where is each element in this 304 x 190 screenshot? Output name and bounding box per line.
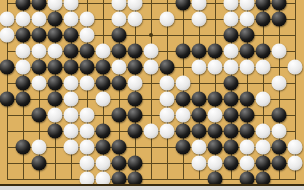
black-stone[interactable] (192, 92, 207, 107)
white-stone[interactable] (160, 12, 175, 27)
white-stone[interactable] (160, 108, 175, 123)
white-stone[interactable] (192, 60, 207, 75)
white-stone[interactable] (288, 140, 303, 155)
black-stone[interactable] (16, 92, 31, 107)
black-stone[interactable] (112, 28, 127, 43)
black-stone[interactable] (128, 60, 143, 75)
black-stone[interactable] (176, 44, 191, 59)
black-stone[interactable] (96, 140, 111, 155)
white-stone[interactable] (112, 0, 127, 11)
white-stone[interactable] (32, 12, 47, 27)
white-stone[interactable] (208, 108, 223, 123)
black-stone[interactable] (128, 92, 143, 107)
white-stone[interactable] (16, 60, 31, 75)
black-stone[interactable] (208, 44, 223, 59)
white-stone[interactable] (80, 124, 95, 139)
black-stone[interactable] (224, 28, 239, 43)
black-stone[interactable] (224, 108, 239, 123)
white-stone[interactable] (128, 0, 143, 11)
white-stone[interactable] (32, 140, 47, 155)
black-stone[interactable] (208, 92, 223, 107)
white-stone[interactable] (96, 156, 111, 171)
white-stone[interactable] (272, 124, 287, 139)
white-stone[interactable] (0, 28, 15, 43)
white-stone[interactable] (48, 108, 63, 123)
white-stone[interactable] (32, 76, 47, 91)
white-stone[interactable] (48, 0, 63, 11)
white-stone[interactable] (144, 60, 159, 75)
black-stone[interactable] (112, 140, 127, 155)
white-stone[interactable] (208, 156, 223, 171)
black-stone[interactable] (128, 108, 143, 123)
white-stone[interactable] (192, 156, 207, 171)
black-stone[interactable] (224, 76, 239, 91)
white-stone[interactable] (288, 60, 303, 75)
black-stone[interactable] (64, 60, 79, 75)
black-stone[interactable] (0, 92, 15, 107)
black-stone[interactable] (160, 60, 175, 75)
black-stone[interactable] (240, 108, 255, 123)
black-stone[interactable] (272, 0, 287, 11)
white-stone[interactable] (240, 140, 255, 155)
black-stone[interactable] (48, 28, 63, 43)
white-stone[interactable] (96, 44, 111, 59)
black-stone[interactable] (176, 92, 191, 107)
white-stone[interactable] (64, 108, 79, 123)
white-stone[interactable] (48, 44, 63, 59)
black-stone[interactable] (176, 124, 191, 139)
black-stone[interactable] (16, 0, 31, 11)
black-stone[interactable] (48, 124, 63, 139)
black-stone[interactable] (32, 156, 47, 171)
window-background (0, 186, 304, 190)
white-stone[interactable] (32, 44, 47, 59)
black-stone[interactable] (176, 140, 191, 155)
black-stone[interactable] (32, 60, 47, 75)
white-stone[interactable] (144, 44, 159, 59)
black-stone[interactable] (272, 156, 287, 171)
white-stone[interactable] (208, 60, 223, 75)
black-stone[interactable] (272, 12, 287, 27)
white-stone[interactable] (272, 76, 287, 91)
black-stone[interactable] (16, 28, 31, 43)
white-stone[interactable] (224, 44, 239, 59)
white-stone[interactable] (240, 60, 255, 75)
black-stone[interactable] (48, 92, 63, 107)
black-stone[interactable] (48, 60, 63, 75)
black-stone[interactable] (64, 28, 79, 43)
white-stone[interactable] (256, 124, 271, 139)
black-stone[interactable] (224, 124, 239, 139)
white-stone[interactable] (144, 124, 159, 139)
white-stone[interactable] (80, 12, 95, 27)
white-stone[interactable] (224, 12, 239, 27)
black-stone[interactable] (16, 140, 31, 155)
white-stone[interactable] (176, 108, 191, 123)
white-stone[interactable] (16, 12, 31, 27)
white-stone[interactable] (80, 156, 95, 171)
white-stone[interactable] (256, 140, 271, 155)
black-stone[interactable] (240, 44, 255, 59)
black-stone[interactable] (64, 44, 79, 59)
black-stone[interactable] (256, 156, 271, 171)
black-stone[interactable] (48, 76, 63, 91)
grid-line-vertical (151, 0, 152, 179)
black-stone[interactable] (272, 140, 287, 155)
black-stone[interactable] (112, 156, 127, 171)
black-stone[interactable] (192, 108, 207, 123)
white-stone[interactable] (192, 140, 207, 155)
white-stone[interactable] (112, 12, 127, 27)
black-stone[interactable] (96, 60, 111, 75)
white-stone[interactable] (160, 76, 175, 91)
black-stone[interactable] (128, 124, 143, 139)
white-stone[interactable] (256, 60, 271, 75)
black-stone[interactable] (32, 28, 47, 43)
white-stone[interactable] (224, 0, 239, 11)
white-stone[interactable] (160, 92, 175, 107)
black-stone[interactable] (0, 60, 15, 75)
white-stone[interactable] (64, 12, 79, 27)
black-stone[interactable] (48, 12, 63, 27)
black-stone[interactable] (256, 12, 271, 27)
white-stone[interactable] (80, 108, 95, 123)
black-stone[interactable] (32, 0, 47, 11)
white-stone[interactable] (64, 76, 79, 91)
black-stone[interactable] (240, 92, 255, 107)
black-stone[interactable] (240, 28, 255, 43)
black-stone[interactable] (80, 44, 95, 59)
white-stone[interactable] (128, 76, 143, 91)
white-stone[interactable] (16, 44, 31, 59)
black-stone[interactable] (192, 124, 207, 139)
black-stone[interactable] (256, 44, 271, 59)
white-stone[interactable] (256, 92, 271, 107)
black-stone[interactable] (208, 124, 223, 139)
black-stone[interactable] (240, 124, 255, 139)
black-stone[interactable] (256, 0, 271, 11)
white-stone[interactable] (80, 28, 95, 43)
black-stone[interactable] (192, 44, 207, 59)
white-stone[interactable] (112, 60, 127, 75)
white-stone[interactable] (80, 76, 95, 91)
white-stone[interactable] (176, 76, 191, 91)
white-stone[interactable] (160, 124, 175, 139)
star-point (149, 33, 153, 37)
black-stone[interactable] (224, 140, 239, 155)
white-stone[interactable] (192, 0, 207, 11)
black-stone[interactable] (128, 44, 143, 59)
black-stone[interactable] (112, 108, 127, 123)
white-stone[interactable] (288, 156, 303, 171)
white-stone[interactable] (272, 44, 287, 59)
white-stone[interactable] (192, 12, 207, 27)
white-stone[interactable] (64, 92, 79, 107)
white-stone[interactable] (64, 0, 79, 11)
white-stone[interactable] (224, 60, 239, 75)
black-stone[interactable] (112, 44, 127, 59)
black-stone[interactable] (80, 60, 95, 75)
white-stone[interactable] (240, 0, 255, 11)
go-board[interactable] (0, 0, 304, 186)
black-stone[interactable] (176, 0, 191, 11)
white-stone[interactable] (64, 124, 79, 139)
black-stone[interactable] (32, 108, 47, 123)
white-stone[interactable] (96, 92, 111, 107)
black-stone[interactable] (224, 156, 239, 171)
white-stone[interactable] (128, 12, 143, 27)
black-stone[interactable] (96, 76, 111, 91)
black-stone[interactable] (272, 108, 287, 123)
black-stone[interactable] (96, 124, 111, 139)
black-stone[interactable] (16, 76, 31, 91)
black-stone[interactable] (208, 140, 223, 155)
white-stone[interactable] (64, 140, 79, 155)
black-stone[interactable] (112, 76, 127, 91)
white-stone[interactable] (0, 12, 15, 27)
black-stone[interactable] (224, 92, 239, 107)
go-app-screenshot (0, 0, 304, 190)
white-stone[interactable] (240, 156, 255, 171)
white-stone[interactable] (80, 140, 95, 155)
black-stone[interactable] (128, 156, 143, 171)
white-stone[interactable] (240, 12, 255, 27)
